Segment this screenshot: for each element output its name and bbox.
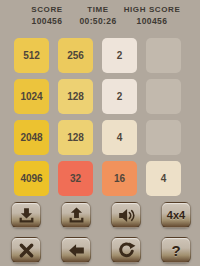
question-mark-label: ? xyxy=(171,242,180,259)
restart-button[interactable] xyxy=(111,237,141,263)
tile-128: 128 xyxy=(58,79,93,114)
close-x-icon xyxy=(17,241,36,260)
sound-button[interactable] xyxy=(111,202,141,228)
high-score-block: HIGH SCORE 100456 xyxy=(116,5,188,26)
tile-256: 256 xyxy=(58,38,93,73)
tile-1024: 1024 xyxy=(14,79,49,114)
tile-2: 2 xyxy=(102,38,137,73)
tile-2: 2 xyxy=(102,79,137,114)
high-score-label: HIGH SCORE xyxy=(116,5,188,15)
empty-cell xyxy=(146,38,181,73)
download-tray-icon xyxy=(17,206,36,225)
control-panel: 4x4 ? xyxy=(11,202,191,263)
left-arrow-icon xyxy=(67,241,86,260)
quit-button[interactable] xyxy=(11,237,41,263)
empty-cell xyxy=(146,79,181,114)
tile-16: 16 xyxy=(102,161,137,196)
tile-512: 512 xyxy=(14,38,49,73)
board[interactable]: 51225621024128220481284409632164 xyxy=(14,38,181,196)
tile-2048: 2048 xyxy=(14,120,49,155)
upload-tray-icon xyxy=(67,206,86,225)
load-button[interactable] xyxy=(61,202,91,228)
grid-size-button[interactable]: 4x4 xyxy=(161,202,191,228)
tile-128: 128 xyxy=(58,120,93,155)
refresh-icon xyxy=(117,241,136,260)
empty-cell xyxy=(146,120,181,155)
high-score-value: 100456 xyxy=(116,16,188,26)
speaker-icon xyxy=(117,206,136,225)
grid-size-label: 4x4 xyxy=(167,209,185,221)
tile-32: 32 xyxy=(58,161,93,196)
undo-button[interactable] xyxy=(61,237,91,263)
help-button[interactable]: ? xyxy=(161,237,191,263)
tile-4: 4 xyxy=(146,161,181,196)
tile-4096: 4096 xyxy=(14,161,49,196)
status-bar: SCORE 100456 TIME 00:50:26 HIGH SCORE 10… xyxy=(0,5,200,33)
tile-4: 4 xyxy=(102,120,137,155)
save-button[interactable] xyxy=(11,202,41,228)
